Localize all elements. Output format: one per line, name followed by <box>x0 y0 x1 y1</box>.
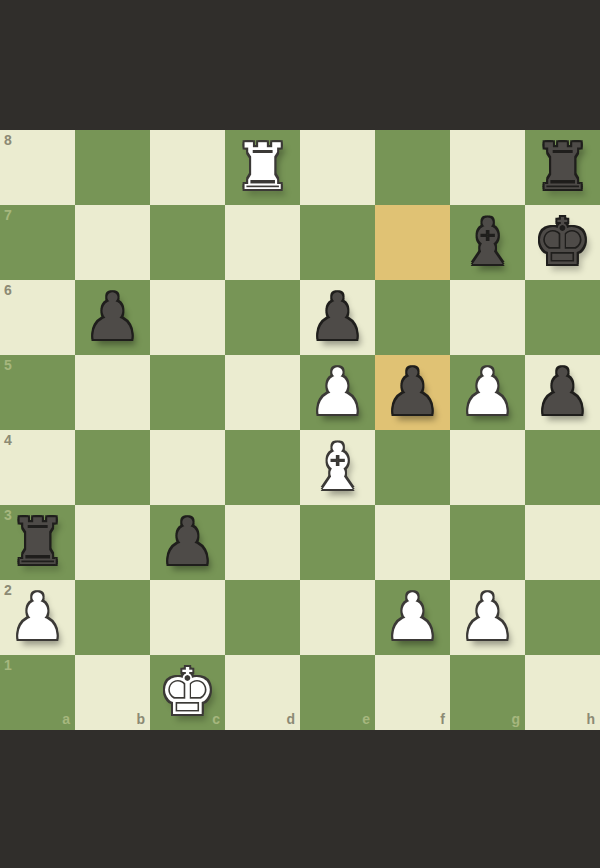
piece-black-pawn-h5[interactable]: ♟ <box>525 355 600 430</box>
square-c7[interactable] <box>150 205 225 280</box>
square-f4[interactable] <box>375 430 450 505</box>
square-g6[interactable] <box>450 280 525 355</box>
square-a8[interactable]: 8 <box>0 130 75 205</box>
square-g1[interactable]: g <box>450 655 525 730</box>
square-e8[interactable] <box>300 130 375 205</box>
piece-black-king-h7[interactable]: ♚ <box>525 205 600 280</box>
square-c6[interactable] <box>150 280 225 355</box>
piece-black-rook-a3[interactable]: ♜ <box>0 505 75 580</box>
square-c4[interactable] <box>150 430 225 505</box>
rank-label-7: 7 <box>4 208 12 222</box>
piece-black-pawn-b6[interactable]: ♟ <box>75 280 150 355</box>
square-g7[interactable]: ♝ <box>450 205 525 280</box>
piece-white-pawn-e5[interactable]: ♟ <box>300 355 375 430</box>
square-a2[interactable]: 2♟ <box>0 580 75 655</box>
square-b5[interactable] <box>75 355 150 430</box>
piece-white-pawn-f2[interactable]: ♟ <box>375 580 450 655</box>
square-e3[interactable] <box>300 505 375 580</box>
square-a3[interactable]: 3♜ <box>0 505 75 580</box>
bottom-letterbox <box>0 730 600 868</box>
square-d5[interactable] <box>225 355 300 430</box>
chess-board: 8♜♜7♝♚6♟♟5♟♟♟♟4♝3♜♟2♟♟♟1abc♚defgh <box>0 130 600 730</box>
square-d2[interactable] <box>225 580 300 655</box>
square-f1[interactable]: f <box>375 655 450 730</box>
square-e5[interactable]: ♟ <box>300 355 375 430</box>
piece-white-pawn-g2[interactable]: ♟ <box>450 580 525 655</box>
square-g3[interactable] <box>450 505 525 580</box>
square-a5[interactable]: 5 <box>0 355 75 430</box>
square-f3[interactable] <box>375 505 450 580</box>
rank-label-6: 6 <box>4 283 12 297</box>
piece-white-rook-d8[interactable]: ♜ <box>225 130 300 205</box>
square-b1[interactable]: b <box>75 655 150 730</box>
square-f2[interactable]: ♟ <box>375 580 450 655</box>
file-label-g: g <box>511 712 520 726</box>
rank-label-5: 5 <box>4 358 12 372</box>
square-e2[interactable] <box>300 580 375 655</box>
square-a7[interactable]: 7 <box>0 205 75 280</box>
piece-black-pawn-f5[interactable]: ♟ <box>375 355 450 430</box>
square-c8[interactable] <box>150 130 225 205</box>
piece-black-pawn-c3[interactable]: ♟ <box>150 505 225 580</box>
square-a1[interactable]: 1a <box>0 655 75 730</box>
piece-white-bishop-e4[interactable]: ♝ <box>300 430 375 505</box>
square-b2[interactable] <box>75 580 150 655</box>
file-label-f: f <box>440 712 445 726</box>
square-h6[interactable] <box>525 280 600 355</box>
square-f6[interactable] <box>375 280 450 355</box>
rank-label-4: 4 <box>4 433 12 447</box>
square-e1[interactable]: e <box>300 655 375 730</box>
file-label-e: e <box>362 712 370 726</box>
square-d6[interactable] <box>225 280 300 355</box>
square-h4[interactable] <box>525 430 600 505</box>
square-g2[interactable]: ♟ <box>450 580 525 655</box>
square-h8[interactable]: ♜ <box>525 130 600 205</box>
top-letterbox <box>0 0 600 130</box>
square-d7[interactable] <box>225 205 300 280</box>
square-e4[interactable]: ♝ <box>300 430 375 505</box>
square-d4[interactable] <box>225 430 300 505</box>
square-c2[interactable] <box>150 580 225 655</box>
square-b4[interactable] <box>75 430 150 505</box>
piece-white-pawn-g5[interactable]: ♟ <box>450 355 525 430</box>
square-b8[interactable] <box>75 130 150 205</box>
square-f8[interactable] <box>375 130 450 205</box>
piece-white-king-c1[interactable]: ♚ <box>150 655 225 730</box>
file-label-d: d <box>286 712 295 726</box>
rank-label-8: 8 <box>4 133 12 147</box>
square-d1[interactable]: d <box>225 655 300 730</box>
square-d3[interactable] <box>225 505 300 580</box>
square-c5[interactable] <box>150 355 225 430</box>
file-label-a: a <box>62 712 70 726</box>
square-f5[interactable]: ♟ <box>375 355 450 430</box>
square-h5[interactable]: ♟ <box>525 355 600 430</box>
square-g4[interactable] <box>450 430 525 505</box>
square-b6[interactable]: ♟ <box>75 280 150 355</box>
square-g8[interactable] <box>450 130 525 205</box>
square-h2[interactable] <box>525 580 600 655</box>
square-h3[interactable] <box>525 505 600 580</box>
square-h1[interactable]: h <box>525 655 600 730</box>
square-c3[interactable]: ♟ <box>150 505 225 580</box>
rank-label-1: 1 <box>4 658 12 672</box>
square-a6[interactable]: 6 <box>0 280 75 355</box>
square-a4[interactable]: 4 <box>0 430 75 505</box>
square-e6[interactable]: ♟ <box>300 280 375 355</box>
square-b7[interactable] <box>75 205 150 280</box>
square-c1[interactable]: c♚ <box>150 655 225 730</box>
square-g5[interactable]: ♟ <box>450 355 525 430</box>
square-b3[interactable] <box>75 505 150 580</box>
piece-black-bishop-g7[interactable]: ♝ <box>450 205 525 280</box>
piece-white-pawn-a2[interactable]: ♟ <box>0 580 75 655</box>
file-label-b: b <box>136 712 145 726</box>
square-e7[interactable] <box>300 205 375 280</box>
piece-black-pawn-e6[interactable]: ♟ <box>300 280 375 355</box>
square-f7[interactable] <box>375 205 450 280</box>
piece-black-rook-h8[interactable]: ♜ <box>525 130 600 205</box>
square-h7[interactable]: ♚ <box>525 205 600 280</box>
square-d8[interactable]: ♜ <box>225 130 300 205</box>
file-label-h: h <box>586 712 595 726</box>
